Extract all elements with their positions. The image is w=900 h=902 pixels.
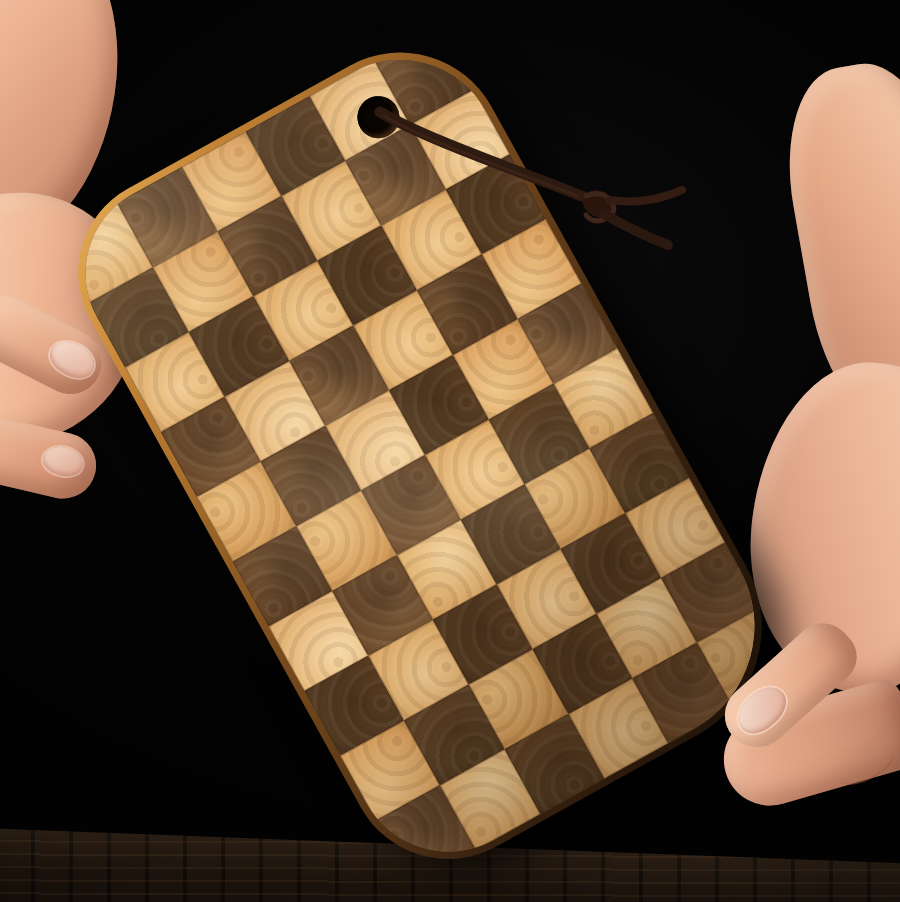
photo-scene <box>0 0 900 902</box>
left-thumbnail <box>44 335 100 384</box>
left-index-nail <box>40 443 85 479</box>
right-thumbnail <box>730 679 794 742</box>
